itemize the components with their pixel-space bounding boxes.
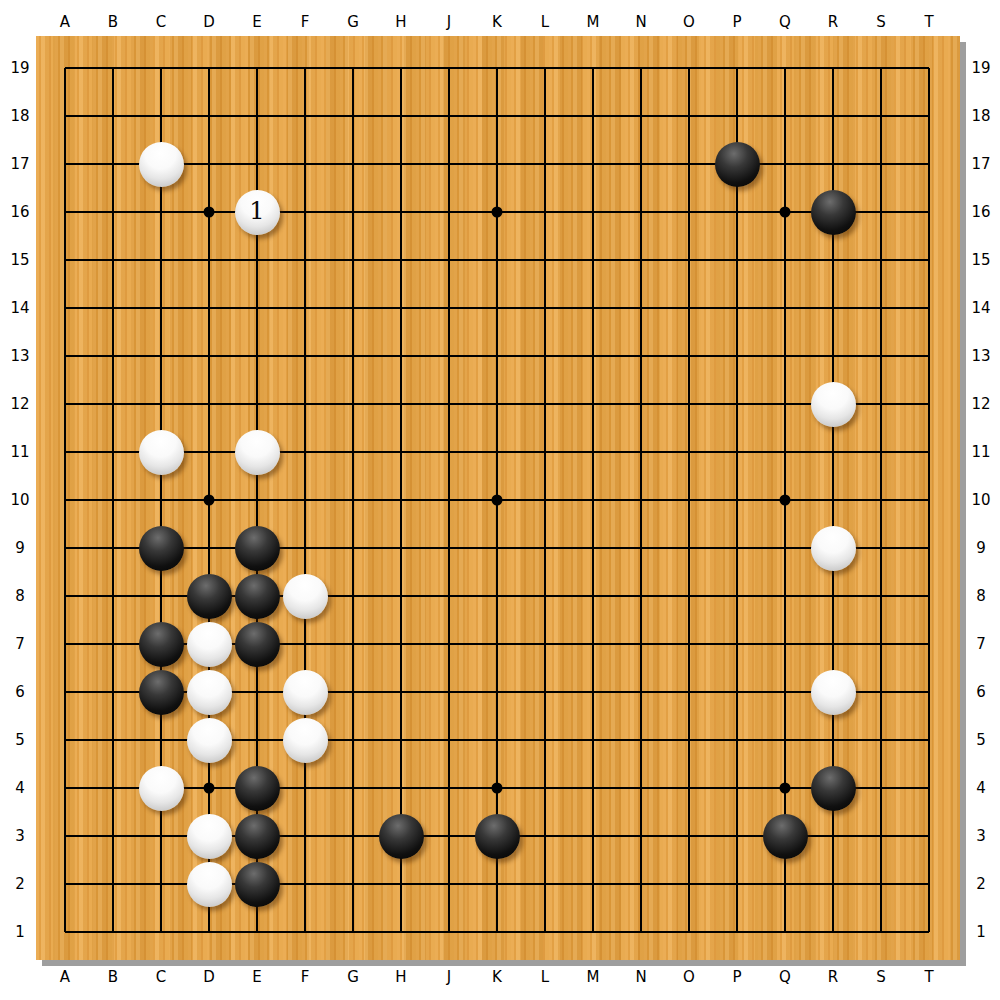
coord-label-left-2: 2 xyxy=(15,875,25,893)
coord-label-left-14: 14 xyxy=(10,299,29,317)
stone-black-P17 xyxy=(715,142,760,187)
stones-layer: 1 xyxy=(41,44,953,956)
coord-label-left-12: 12 xyxy=(10,395,29,413)
coord-label-bottom-G: G xyxy=(347,968,359,986)
coord-label-top-P: P xyxy=(732,13,741,31)
coord-label-bottom-A: A xyxy=(60,968,70,986)
coord-label-bottom-F: F xyxy=(301,968,310,986)
coord-label-bottom-H: H xyxy=(395,968,406,986)
stone-white-R6 xyxy=(811,670,856,715)
coord-label-left-6: 6 xyxy=(15,683,25,701)
coord-label-top-F: F xyxy=(301,13,310,31)
coord-label-right-11: 11 xyxy=(971,443,990,461)
coord-label-left-4: 4 xyxy=(15,779,25,797)
stone-black-C7 xyxy=(139,622,184,667)
stone-white-F6 xyxy=(283,670,328,715)
stone-black-E9 xyxy=(235,526,280,571)
stone-white-E16: 1 xyxy=(235,190,280,235)
coord-label-right-7: 7 xyxy=(976,635,986,653)
coord-label-bottom-B: B xyxy=(108,968,118,986)
coord-label-bottom-K: K xyxy=(492,968,502,986)
stone-black-H3 xyxy=(379,814,424,859)
stone-black-R4 xyxy=(811,766,856,811)
coord-label-top-G: G xyxy=(347,13,359,31)
stone-black-R16 xyxy=(811,190,856,235)
coord-label-top-N: N xyxy=(635,13,646,31)
stone-black-E8 xyxy=(235,574,280,619)
coord-label-left-3: 3 xyxy=(15,827,25,845)
coord-label-top-Q: Q xyxy=(779,13,791,31)
coord-label-top-B: B xyxy=(108,13,118,31)
go-board[interactable]: 1 xyxy=(36,36,960,960)
stone-white-C4 xyxy=(139,766,184,811)
coord-label-right-8: 8 xyxy=(976,587,986,605)
stone-white-F5 xyxy=(283,718,328,763)
coord-label-left-15: 15 xyxy=(10,251,29,269)
stone-white-C17 xyxy=(139,142,184,187)
coord-label-bottom-P: P xyxy=(732,968,741,986)
stone-white-D3 xyxy=(187,814,232,859)
coord-label-bottom-D: D xyxy=(203,968,215,986)
coord-label-top-H: H xyxy=(395,13,406,31)
coord-label-right-3: 3 xyxy=(976,827,986,845)
stone-white-R12 xyxy=(811,382,856,427)
coord-label-top-R: R xyxy=(828,13,838,31)
coord-label-bottom-J: J xyxy=(447,968,451,986)
stone-black-K3 xyxy=(475,814,520,859)
stone-black-D8 xyxy=(187,574,232,619)
coord-label-left-1: 1 xyxy=(15,923,25,941)
coord-label-top-M: M xyxy=(587,13,600,31)
coord-label-top-C: C xyxy=(156,13,166,31)
coord-label-right-10: 10 xyxy=(971,491,990,509)
coord-label-top-O: O xyxy=(683,13,695,31)
coord-label-left-9: 9 xyxy=(15,539,25,557)
coord-label-left-8: 8 xyxy=(15,587,25,605)
coord-label-right-19: 19 xyxy=(971,59,990,77)
coord-label-bottom-N: N xyxy=(635,968,646,986)
stone-black-E7 xyxy=(235,622,280,667)
coord-label-right-2: 2 xyxy=(976,875,986,893)
coord-label-left-11: 11 xyxy=(10,443,29,461)
coord-label-left-5: 5 xyxy=(15,731,25,749)
coord-label-right-9: 9 xyxy=(976,539,986,557)
stone-white-D2 xyxy=(187,862,232,907)
coord-label-bottom-S: S xyxy=(876,968,886,986)
coord-label-top-E: E xyxy=(252,13,261,31)
coord-label-right-14: 14 xyxy=(971,299,990,317)
stone-black-E4 xyxy=(235,766,280,811)
coord-label-right-13: 13 xyxy=(971,347,990,365)
coord-label-bottom-M: M xyxy=(587,968,600,986)
coord-label-top-J: J xyxy=(447,13,451,31)
coord-label-left-17: 17 xyxy=(10,155,29,173)
coord-label-right-18: 18 xyxy=(971,107,990,125)
stone-white-C11 xyxy=(139,430,184,475)
go-diagram-page: 1 AABBCCDDEEFFGGHHJJKKLLMMNNOOPPQQRRSSTT… xyxy=(0,0,1000,1000)
coord-label-left-10: 10 xyxy=(10,491,29,509)
stone-white-E11 xyxy=(235,430,280,475)
coord-label-bottom-Q: Q xyxy=(779,968,791,986)
stone-black-E3 xyxy=(235,814,280,859)
move-number-label: 1 xyxy=(249,199,264,223)
stone-white-R9 xyxy=(811,526,856,571)
coord-label-bottom-R: R xyxy=(828,968,838,986)
coord-label-top-S: S xyxy=(876,13,886,31)
coord-label-right-4: 4 xyxy=(976,779,986,797)
coord-label-left-16: 16 xyxy=(10,203,29,221)
coord-label-right-6: 6 xyxy=(976,683,986,701)
stone-white-D7 xyxy=(187,622,232,667)
stone-white-D5 xyxy=(187,718,232,763)
coord-label-bottom-E: E xyxy=(252,968,261,986)
stone-white-D6 xyxy=(187,670,232,715)
coord-label-left-13: 13 xyxy=(10,347,29,365)
coord-label-top-K: K xyxy=(492,13,502,31)
coord-label-bottom-O: O xyxy=(683,968,695,986)
stone-black-E2 xyxy=(235,862,280,907)
coord-label-bottom-T: T xyxy=(924,968,933,986)
coord-label-right-1: 1 xyxy=(976,923,986,941)
coord-label-bottom-L: L xyxy=(541,968,549,986)
coord-label-top-L: L xyxy=(541,13,549,31)
coord-label-right-15: 15 xyxy=(971,251,990,269)
coord-label-right-16: 16 xyxy=(971,203,990,221)
coord-label-top-A: A xyxy=(60,13,70,31)
stone-white-F8 xyxy=(283,574,328,619)
stone-black-Q3 xyxy=(763,814,808,859)
coord-label-right-5: 5 xyxy=(976,731,986,749)
coord-label-right-17: 17 xyxy=(971,155,990,173)
stone-black-C9 xyxy=(139,526,184,571)
coord-label-left-19: 19 xyxy=(10,59,29,77)
coord-label-left-7: 7 xyxy=(15,635,25,653)
stone-black-C6 xyxy=(139,670,184,715)
coord-label-right-12: 12 xyxy=(971,395,990,413)
coord-label-left-18: 18 xyxy=(10,107,29,125)
coord-label-bottom-C: C xyxy=(156,968,166,986)
coord-label-top-D: D xyxy=(203,13,215,31)
coord-label-top-T: T xyxy=(924,13,933,31)
